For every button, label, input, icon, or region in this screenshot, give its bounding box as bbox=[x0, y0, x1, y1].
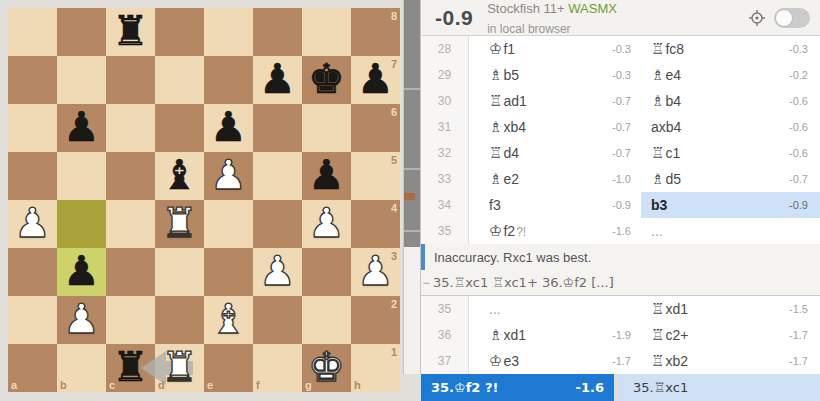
move-row-36: 36♗xd1-1.9♖c2+-1.7 bbox=[421, 322, 820, 348]
piece-glyph: ♖ bbox=[489, 144, 502, 162]
black-move-cell[interactable]: ♖c2+-1.7 bbox=[641, 322, 820, 348]
square-e7[interactable] bbox=[204, 56, 253, 104]
black-move-san: ♖c2+ bbox=[651, 326, 688, 344]
move-row-31: 31♗xb4-0.7axb4-0.6 bbox=[421, 114, 820, 140]
move-number: 36 bbox=[421, 322, 469, 348]
move-row-32: 32♖d4-0.7♖c1-0.6 bbox=[421, 140, 820, 166]
context-bar: 35.♔f2 ?! -1.6 35.♖xc1 bbox=[421, 374, 820, 401]
move-row-35: 35...♖xd1-1.5 bbox=[421, 296, 820, 322]
black-move-san: ♖c1 bbox=[651, 144, 680, 162]
white-move-eval: -1.9 bbox=[612, 329, 631, 341]
black-move-eval: -0.6 bbox=[789, 121, 808, 133]
move-row-37: 37♔e3-1.7♖xb2-1.7 bbox=[421, 348, 820, 374]
square-g2[interactable] bbox=[302, 296, 351, 344]
scrollbar-tick bbox=[404, 168, 420, 170]
move-row-28: 28♔f1-0.3♖fc8-0.3 bbox=[421, 36, 820, 62]
rank-label-3: 3 bbox=[391, 250, 397, 262]
move-number: 29 bbox=[421, 62, 469, 88]
black-move-cell[interactable]: ♗b4-0.6 bbox=[641, 88, 820, 114]
square-d2[interactable] bbox=[155, 296, 204, 344]
scrollbar-tick bbox=[404, 88, 420, 90]
white-move-san: ♖d4 bbox=[489, 144, 519, 162]
white-move-san: ♔f2?! bbox=[489, 222, 526, 240]
square-h3[interactable]: ♟3 bbox=[351, 248, 400, 296]
square-f5[interactable] bbox=[253, 152, 302, 200]
black-move-eval: -0.6 bbox=[789, 95, 808, 107]
white-move-eval: -1.6 bbox=[612, 225, 631, 237]
black-move-eval: -0.6 bbox=[789, 147, 808, 159]
file-label-g: g bbox=[305, 379, 312, 391]
square-g6[interactable] bbox=[302, 104, 351, 152]
white-move-san: f3 bbox=[489, 197, 501, 213]
engine-location: in local browser bbox=[487, 22, 570, 36]
square-c7[interactable] bbox=[106, 56, 155, 104]
square-h4[interactable]: 4 bbox=[351, 200, 400, 248]
square-b1[interactable]: b bbox=[57, 344, 106, 392]
piece-glyph: ♔ bbox=[489, 222, 502, 240]
square-c1[interactable]: ♜c bbox=[106, 344, 155, 392]
white-move-eval: -0.3 bbox=[612, 43, 631, 55]
annotation-inaccuracy: ?! bbox=[516, 225, 526, 239]
black-move-eval: -0.9 bbox=[789, 199, 808, 211]
inaccuracy-comment: Inaccuracy. Rxc1 was best. bbox=[421, 244, 820, 270]
square-h6[interactable]: 6 bbox=[351, 104, 400, 152]
square-e8[interactable] bbox=[204, 8, 253, 56]
current-move-cell[interactable]: 35.♔f2 ?! -1.6 bbox=[421, 374, 614, 401]
square-h8[interactable]: 8 bbox=[351, 8, 400, 56]
engine-eval: -0.9 bbox=[421, 6, 487, 30]
black-move-san: ♗d5 bbox=[651, 170, 681, 188]
best-move-label: 35.♖xc1 bbox=[633, 380, 688, 395]
black-move-san: ♗e4 bbox=[651, 66, 681, 84]
rank-label-7: 7 bbox=[391, 58, 397, 70]
current-move-label: 35.♔f2 ?! bbox=[431, 380, 498, 395]
white-move-san: ♖ad1 bbox=[489, 92, 527, 110]
black-move-eval: -1.7 bbox=[789, 355, 808, 367]
square-b4[interactable] bbox=[57, 200, 106, 248]
square-f2[interactable] bbox=[253, 296, 302, 344]
move-number: 34 bbox=[421, 192, 469, 218]
square-f1[interactable]: f bbox=[253, 344, 302, 392]
move-row-35: 35♔f2?!-1.6... bbox=[421, 218, 820, 244]
white-bishop-e2[interactable]: ♝ bbox=[204, 296, 253, 344]
square-e6[interactable]: ♟ bbox=[204, 104, 253, 152]
black-pawn-b6[interactable]: ♟ bbox=[57, 104, 106, 152]
square-c5[interactable] bbox=[106, 152, 155, 200]
move-number: 31 bbox=[421, 114, 469, 140]
chess-board: ♜8♟♚♟7♟♟6♝♟♟5♟♜♟4♟♟♟3♟♝2ab♜c♜def♚gh1 bbox=[8, 8, 400, 392]
square-c4[interactable] bbox=[106, 200, 155, 248]
white-move-cell[interactable]: ♗e2-1.0 bbox=[469, 166, 641, 192]
move-number: 30 bbox=[421, 88, 469, 114]
file-label-b: b bbox=[60, 379, 67, 391]
white-move-san: ... bbox=[489, 301, 501, 317]
white-move-cell[interactable]: ♔f1-0.3 bbox=[469, 36, 641, 62]
file-label-f: f bbox=[256, 379, 260, 391]
white-pawn-f3[interactable]: ♟ bbox=[253, 248, 302, 296]
rank-label-1: 1 bbox=[391, 346, 397, 358]
black-move-cell[interactable]: ♖fc8-0.3 bbox=[641, 36, 820, 62]
square-a8[interactable] bbox=[8, 8, 57, 56]
white-move-san: ♗b5 bbox=[489, 66, 519, 84]
square-a2[interactable] bbox=[8, 296, 57, 344]
black-bishop-d5[interactable]: ♝ bbox=[155, 152, 204, 200]
scrollbar-thumb[interactable] bbox=[404, 0, 420, 247]
move-row-33: 33♗e2-1.0♗d5-0.7 bbox=[421, 166, 820, 192]
square-d8[interactable] bbox=[155, 8, 204, 56]
square-e1[interactable]: e bbox=[204, 344, 253, 392]
move-number: 28 bbox=[421, 36, 469, 62]
engine-panel: -0.9 Stockfish 11+ WASMX in local browse… bbox=[421, 0, 820, 401]
piece-glyph: ♔ bbox=[489, 40, 502, 58]
move-row-30: 30♖ad1-0.7♗b4-0.6 bbox=[421, 88, 820, 114]
square-f8[interactable] bbox=[253, 8, 302, 56]
variation-moves: 35.♖xc1 ♖xc1+ 36.♔f2 [...] bbox=[431, 275, 614, 290]
black-move-eval: -0.2 bbox=[789, 69, 808, 81]
square-a1[interactable]: a bbox=[8, 344, 57, 392]
square-e2[interactable]: ♝ bbox=[204, 296, 253, 344]
white-move-cell[interactable]: ♗xb4-0.7 bbox=[469, 114, 641, 140]
piece-glyph: ♗ bbox=[489, 170, 502, 188]
black-move-cell[interactable]: ♖xb2-1.7 bbox=[641, 348, 820, 374]
rank-label-6: 6 bbox=[391, 106, 397, 118]
rank-label-4: 4 bbox=[391, 202, 397, 214]
move-row-34: 34f3-0.9b3-0.9 bbox=[421, 192, 820, 218]
square-c8[interactable]: ♜ bbox=[106, 8, 155, 56]
black-move-san: ♖xb2 bbox=[651, 352, 688, 370]
square-g5[interactable]: ♟ bbox=[302, 152, 351, 200]
move-list-scrollbar[interactable] bbox=[403, 0, 421, 374]
black-move-san: ♖xd1 bbox=[651, 300, 688, 318]
black-pawn-g5[interactable]: ♟ bbox=[302, 152, 351, 200]
move-number: 37 bbox=[421, 348, 469, 374]
black-move-san: ♗b4 bbox=[651, 92, 681, 110]
square-d1[interactable]: ♜d bbox=[155, 344, 204, 392]
file-label-a: a bbox=[11, 379, 17, 391]
file-label-e: e bbox=[207, 379, 213, 391]
white-move-san: ♗xb4 bbox=[489, 118, 526, 136]
black-move-eval: -1.5 bbox=[789, 303, 808, 315]
square-g7[interactable]: ♚ bbox=[302, 56, 351, 104]
move-number: 35 bbox=[421, 296, 469, 322]
square-b7[interactable] bbox=[57, 56, 106, 104]
move-number: 33 bbox=[421, 166, 469, 192]
engine-name-line: Stockfish 11+ WASMX bbox=[487, 1, 617, 16]
engine-toggle-knob bbox=[775, 9, 793, 27]
piece-glyph: ♗ bbox=[489, 326, 502, 344]
file-label-c: c bbox=[109, 379, 115, 391]
white-pawn-a4[interactable]: ♟ bbox=[8, 200, 57, 248]
white-move-eval: -0.7 bbox=[612, 147, 631, 159]
black-pawn-b3[interactable]: ♟ bbox=[57, 248, 106, 296]
rank-label-5: 5 bbox=[391, 154, 397, 166]
piece-glyph: ♖ bbox=[651, 144, 664, 162]
square-b8[interactable] bbox=[57, 8, 106, 56]
white-move-eval: -1.7 bbox=[612, 355, 631, 367]
variation-line[interactable]: − 35.♖xc1 ♖xc1+ 36.♔f2 [...] bbox=[421, 270, 820, 296]
scrollbar-tick bbox=[404, 230, 420, 232]
black-move-cell[interactable]: ♖c1-0.6 bbox=[641, 140, 820, 166]
white-move-cell[interactable]: ... bbox=[469, 296, 641, 322]
square-b2[interactable]: ♟ bbox=[57, 296, 106, 344]
square-h5[interactable]: 5 bbox=[351, 152, 400, 200]
file-label-d: d bbox=[158, 379, 165, 391]
black-move-cell[interactable]: ♗d5-0.7 bbox=[641, 166, 820, 192]
square-c6[interactable] bbox=[106, 104, 155, 152]
engine-toggle[interactable] bbox=[774, 8, 810, 28]
black-move-san: b3 bbox=[651, 197, 667, 213]
analysis-page: ♜8♟♚♟7♟♟6♝♟♟5♟♜♟4♟♟♟3♟♝2ab♜c♜def♚gh1 -0.… bbox=[0, 0, 820, 401]
move-list-top: 28♔f1-0.3♖fc8-0.329♗b5-0.3♗e4-0.230♖ad1-… bbox=[421, 36, 820, 244]
white-move-eval: -0.7 bbox=[612, 121, 631, 133]
square-c2[interactable] bbox=[106, 296, 155, 344]
piece-glyph: ♔ bbox=[489, 352, 502, 370]
square-b5[interactable] bbox=[57, 152, 106, 200]
square-a7[interactable] bbox=[8, 56, 57, 104]
piece-glyph: ♗ bbox=[489, 66, 502, 84]
move-number: 32 bbox=[421, 140, 469, 166]
square-g4[interactable]: ♟ bbox=[302, 200, 351, 248]
white-move-cell[interactable]: ♔e3-1.7 bbox=[469, 348, 641, 374]
black-move-cell[interactable]: ♖xd1-1.5 bbox=[641, 296, 820, 322]
black-move-cell[interactable]: axb4-0.6 bbox=[641, 114, 820, 140]
black-rook-c8[interactable]: ♜ bbox=[106, 8, 155, 56]
white-rook-d4[interactable]: ♜ bbox=[155, 200, 204, 248]
black-move-cell[interactable]: ... bbox=[641, 218, 820, 244]
white-move-san: ♗xd1 bbox=[489, 326, 526, 344]
best-move-cell[interactable]: 35.♖xc1 bbox=[618, 374, 820, 401]
current-move-eval: -1.6 bbox=[576, 380, 604, 395]
white-move-san: ♗e2 bbox=[489, 170, 519, 188]
rank-label-8: 8 bbox=[391, 10, 397, 22]
scrollbar-inaccuracy-marker bbox=[404, 193, 415, 200]
square-b3[interactable]: ♟ bbox=[57, 248, 106, 296]
square-a6[interactable] bbox=[8, 104, 57, 152]
collapse-icon[interactable]: − bbox=[421, 276, 431, 290]
square-c3[interactable] bbox=[106, 248, 155, 296]
white-pawn-e5[interactable]: ♟ bbox=[204, 152, 253, 200]
white-move-cell[interactable]: ♖d4-0.7 bbox=[469, 140, 641, 166]
square-f6[interactable] bbox=[253, 104, 302, 152]
black-move-cell[interactable]: ♗e4-0.2 bbox=[641, 62, 820, 88]
rank-label-2: 2 bbox=[391, 298, 397, 310]
white-move-cell[interactable]: f3-0.9 bbox=[469, 192, 641, 218]
white-move-eval: -1.0 bbox=[612, 173, 631, 185]
square-d5[interactable]: ♝ bbox=[155, 152, 204, 200]
practice-target-icon[interactable] bbox=[748, 9, 766, 27]
piece-glyph: ♖ bbox=[651, 326, 664, 344]
square-a3[interactable] bbox=[8, 248, 57, 296]
board-grid: ♜8♟♚♟7♟♟6♝♟♟5♟♜♟4♟♟♟3♟♝2ab♜c♜def♚gh1 bbox=[8, 8, 400, 392]
white-move-eval: -0.9 bbox=[612, 199, 631, 211]
square-g3[interactable] bbox=[302, 248, 351, 296]
square-e5[interactable]: ♟ bbox=[204, 152, 253, 200]
piece-glyph: ♖ bbox=[651, 352, 664, 370]
black-pawn-e6[interactable]: ♟ bbox=[204, 104, 253, 152]
piece-glyph: ♗ bbox=[651, 170, 664, 188]
engine-tech: WASMX bbox=[568, 1, 617, 16]
white-move-eval: -0.3 bbox=[612, 69, 631, 81]
square-d4[interactable]: ♜ bbox=[155, 200, 204, 248]
white-move-cell[interactable]: ♗xd1-1.9 bbox=[469, 322, 641, 348]
engine-info: Stockfish 11+ WASMX in local browser bbox=[487, 0, 748, 38]
white-move-cell[interactable]: ♖ad1-0.7 bbox=[469, 88, 641, 114]
move-number: 35 bbox=[421, 218, 469, 244]
piece-glyph: ♗ bbox=[651, 66, 664, 84]
black-move-san: ♖fc8 bbox=[651, 40, 684, 58]
white-move-cell[interactable]: ♗b5-0.3 bbox=[469, 62, 641, 88]
black-move-eval: -0.3 bbox=[789, 43, 808, 55]
white-move-san: ♔e3 bbox=[489, 352, 519, 370]
square-h2[interactable]: 2 bbox=[351, 296, 400, 344]
piece-glyph: ♗ bbox=[489, 118, 502, 136]
black-move-eval: -1.7 bbox=[789, 329, 808, 341]
square-d3[interactable] bbox=[155, 248, 204, 296]
engine-header: -0.9 Stockfish 11+ WASMX in local browse… bbox=[421, 0, 820, 36]
square-d7[interactable] bbox=[155, 56, 204, 104]
square-g1[interactable]: ♚g bbox=[302, 344, 351, 392]
square-e3[interactable] bbox=[204, 248, 253, 296]
piece-glyph: ♖ bbox=[651, 40, 664, 58]
square-a4[interactable]: ♟ bbox=[8, 200, 57, 248]
white-move-cell[interactable]: ♔f2?!-1.6 bbox=[469, 218, 641, 244]
black-move-eval: -0.7 bbox=[789, 173, 808, 185]
white-move-san: ♔f1 bbox=[489, 40, 515, 58]
square-f4[interactable] bbox=[253, 200, 302, 248]
square-h1[interactable]: h1 bbox=[351, 344, 400, 392]
black-pawn-f7[interactable]: ♟ bbox=[253, 56, 302, 104]
square-d6[interactable] bbox=[155, 104, 204, 152]
white-pawn-g4[interactable]: ♟ bbox=[302, 200, 351, 248]
black-king-g7[interactable]: ♚ bbox=[302, 56, 351, 104]
square-f3[interactable]: ♟ bbox=[253, 248, 302, 296]
file-label-h: h bbox=[354, 379, 361, 391]
black-move-san: axb4 bbox=[651, 119, 681, 135]
square-a5[interactable] bbox=[8, 152, 57, 200]
piece-glyph: ♖ bbox=[489, 92, 502, 110]
move-row-29: 29♗b5-0.3♗e4-0.2 bbox=[421, 62, 820, 88]
white-move-eval: -0.7 bbox=[612, 95, 631, 107]
black-move-san: ... bbox=[651, 223, 663, 239]
square-e4[interactable] bbox=[204, 200, 253, 248]
square-b6[interactable]: ♟ bbox=[57, 104, 106, 152]
square-g8[interactable] bbox=[302, 8, 351, 56]
square-h7[interactable]: ♟7 bbox=[351, 56, 400, 104]
piece-glyph: ♗ bbox=[651, 92, 664, 110]
black-move-cell[interactable]: b3-0.9 bbox=[641, 192, 820, 218]
white-pawn-b2[interactable]: ♟ bbox=[57, 296, 106, 344]
piece-glyph: ♖ bbox=[651, 300, 664, 318]
move-list-bottom: 35...♖xd1-1.536♗xd1-1.9♖c2+-1.737♔e3-1.7… bbox=[421, 296, 820, 374]
square-f7[interactable]: ♟ bbox=[253, 56, 302, 104]
